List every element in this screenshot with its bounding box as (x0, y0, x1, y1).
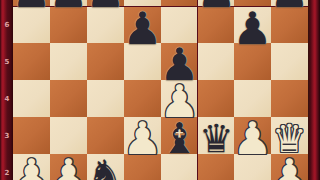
piece-white-pawn-g3[interactable]: ♟ (232, 118, 273, 159)
bishop-cross-mark: + (174, 128, 184, 140)
rank-label-5: 5 (3, 58, 11, 65)
square-f4[interactable] (198, 80, 235, 117)
square-h4[interactable] (271, 80, 308, 117)
rank-label-2: 2 (3, 169, 11, 176)
square-c5[interactable] (87, 43, 124, 80)
chess-board[interactable]: ♟♟♟♟♟♟♟♟♟♟♝+♛♟♛♟♟♞♟ (13, 0, 308, 180)
board-border-right (308, 0, 320, 180)
piece-white-pawn-d3[interactable]: ♟ (121, 118, 162, 159)
piece-black-pawn-h7[interactable]: ♟ (269, 0, 310, 12)
piece-white-pawn-h2[interactable]: ♟ (269, 155, 310, 180)
square-a4[interactable] (13, 80, 50, 117)
piece-black-pawn-b7[interactable]: ♟ (48, 0, 89, 12)
square-c3[interactable] (87, 117, 124, 154)
piece-black-pawn-c7[interactable]: ♟ (85, 0, 126, 12)
piece-black-bishop-e3[interactable]: ♝+ (159, 119, 198, 158)
rank-label-4: 4 (3, 95, 11, 102)
square-a5[interactable] (13, 43, 50, 80)
square-c4[interactable] (87, 80, 124, 117)
piece-black-knight-c2[interactable]: ♞ (86, 157, 124, 180)
piece-black-queen-f3[interactable]: ♛ (198, 121, 234, 157)
rank-label-3: 3 (3, 132, 11, 139)
piece-black-pawn-d6[interactable]: ♟ (121, 7, 162, 48)
piece-black-pawn-f7[interactable]: ♟ (195, 0, 236, 12)
square-b4[interactable] (50, 80, 87, 117)
piece-white-pawn-b2[interactable]: ♟ (48, 155, 89, 180)
piece-black-pawn-a7[interactable]: ♟ (11, 0, 52, 12)
piece-white-pawn-a2[interactable]: ♟ (11, 155, 52, 180)
piece-black-pawn-g6[interactable]: ♟ (232, 7, 273, 48)
square-f5[interactable] (198, 43, 235, 80)
square-b5[interactable] (50, 43, 87, 80)
chessboard-screenshot: ♟♟♟♟♟♟♟♟♟♟♝+♛♟♛♟♟♞♟ 65432 (0, 0, 320, 180)
rank-label-6: 6 (3, 21, 11, 28)
square-e7[interactable] (161, 0, 198, 6)
square-h5[interactable] (271, 43, 308, 80)
